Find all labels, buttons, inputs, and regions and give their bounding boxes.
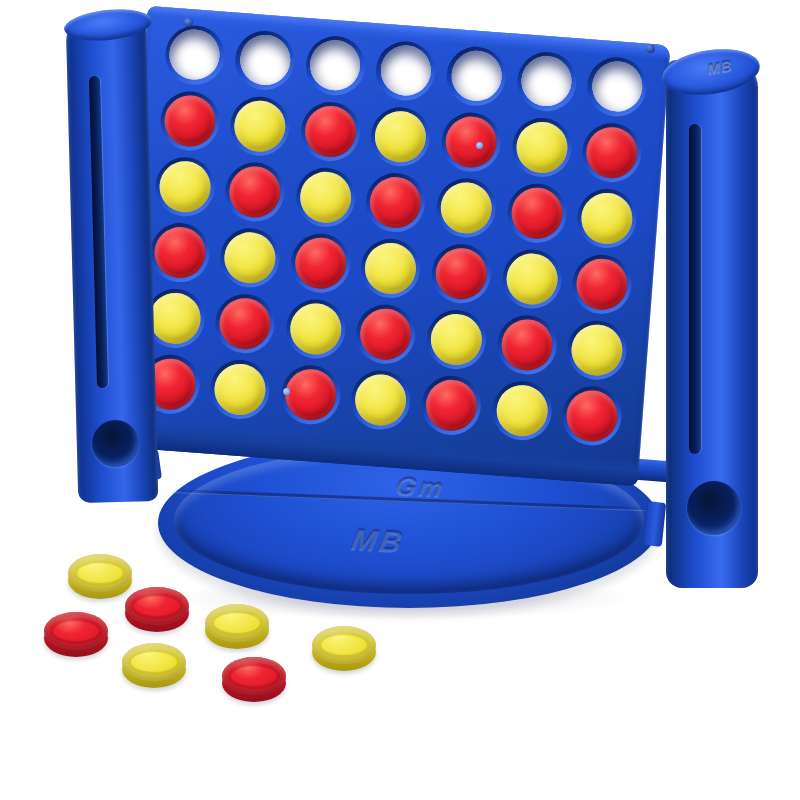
yellow-disc	[158, 159, 213, 214]
empty-hole	[515, 49, 578, 112]
loose-red-disc	[44, 612, 108, 657]
loose-yellow-disc	[122, 643, 186, 688]
yellow-disc-in-hole	[575, 186, 638, 249]
yellow-disc	[288, 301, 343, 356]
yellow-disc-in-hole	[284, 297, 347, 360]
red-disc	[575, 256, 630, 311]
hole-opening	[520, 54, 574, 108]
yellow-disc	[495, 383, 550, 438]
empty-hole	[445, 44, 508, 107]
red-disc-in-hole	[354, 302, 417, 365]
yellow-disc	[354, 372, 409, 427]
hinge-pin-left	[184, 18, 193, 27]
yellow-disc-in-hole	[500, 247, 563, 310]
yellow-disc	[439, 180, 494, 235]
empty-hole	[374, 39, 437, 102]
yellow-disc-in-hole	[350, 368, 413, 431]
loose-red-disc	[125, 587, 189, 632]
yellow-disc	[148, 291, 203, 346]
mb-logo: MB	[706, 56, 734, 77]
red-disc-in-hole	[561, 384, 624, 447]
yellow-disc	[298, 170, 353, 225]
rivet-upper	[476, 142, 483, 149]
red-disc	[424, 378, 479, 433]
product-photo-scene: Gm MB MB	[0, 0, 800, 800]
red-disc-in-hole	[495, 313, 558, 376]
red-disc-in-hole	[580, 121, 643, 184]
yellow-disc	[429, 312, 484, 367]
loose-yellow-disc	[312, 626, 376, 671]
red-disc	[499, 317, 554, 372]
yellow-disc-in-hole	[153, 155, 216, 218]
yellow-disc	[364, 241, 419, 296]
empty-hole	[585, 55, 648, 118]
red-disc	[293, 235, 348, 290]
yellow-disc	[213, 362, 268, 417]
yellow-disc	[223, 230, 278, 285]
red-disc-in-hole	[299, 99, 362, 162]
hole-opening	[309, 38, 363, 92]
yellow-disc-in-hole	[435, 176, 498, 239]
embossed-logo-upper: Gm	[393, 471, 448, 504]
yellow-disc	[570, 322, 625, 377]
hole-opening	[590, 60, 644, 114]
right-pillar-hole	[687, 481, 741, 535]
red-disc-in-hole	[214, 292, 277, 355]
left-pillar-hole	[92, 420, 139, 467]
hinge-clip-right	[644, 501, 667, 547]
red-disc	[303, 104, 358, 159]
game-grid-panel	[115, 6, 671, 486]
right-pillar-slot	[689, 124, 701, 454]
yellow-disc	[374, 109, 429, 164]
red-disc-in-hole	[148, 220, 211, 283]
red-disc-in-hole	[440, 110, 503, 173]
yellow-disc-in-hole	[490, 379, 553, 442]
red-disc	[585, 125, 640, 180]
yellow-disc	[580, 191, 635, 246]
yellow-disc	[504, 251, 559, 306]
hole-opening	[238, 33, 292, 87]
yellow-disc-in-hole	[510, 115, 573, 178]
yellow-disc-in-hole	[294, 165, 357, 228]
yellow-disc-in-hole	[425, 307, 488, 370]
red-disc-in-hole	[420, 373, 483, 436]
loose-yellow-disc	[68, 554, 132, 599]
hinge-pin-right	[646, 44, 655, 53]
red-disc-in-hole	[158, 89, 221, 152]
red-disc	[359, 306, 414, 361]
red-disc-in-hole	[364, 171, 427, 234]
red-disc	[509, 185, 564, 240]
red-disc-in-hole	[505, 181, 568, 244]
yellow-disc-in-hole	[229, 94, 292, 157]
yellow-disc-in-hole	[209, 357, 272, 420]
board-grid	[132, 19, 654, 451]
loose-yellow-disc	[205, 604, 269, 649]
hole-opening	[449, 49, 503, 103]
red-disc	[162, 93, 217, 148]
red-disc	[228, 164, 283, 219]
yellow-disc-in-hole	[566, 318, 629, 381]
red-disc-in-hole	[430, 242, 493, 305]
yellow-disc	[514, 120, 569, 175]
embossed-logo-lower: MB	[349, 523, 408, 559]
empty-hole	[234, 28, 297, 91]
yellow-disc-in-hole	[359, 236, 422, 299]
red-disc	[444, 114, 499, 169]
red-disc	[369, 175, 424, 230]
loose-red-disc	[222, 657, 286, 702]
yellow-disc-in-hole	[369, 105, 432, 168]
red-disc	[434, 246, 489, 301]
red-disc-in-hole	[289, 231, 352, 294]
empty-hole	[304, 34, 367, 97]
red-disc-in-hole	[279, 363, 342, 426]
empty-hole	[163, 23, 226, 86]
red-disc	[218, 296, 273, 351]
hole-opening	[379, 44, 433, 98]
red-disc	[283, 367, 338, 422]
yellow-disc-in-hole	[219, 226, 282, 289]
red-disc	[565, 388, 620, 443]
red-disc-in-hole	[571, 252, 634, 315]
red-disc	[153, 225, 208, 280]
red-disc-in-hole	[224, 160, 287, 223]
yellow-disc	[233, 98, 288, 153]
hole-opening	[168, 28, 222, 82]
rivet-lower	[283, 388, 290, 395]
